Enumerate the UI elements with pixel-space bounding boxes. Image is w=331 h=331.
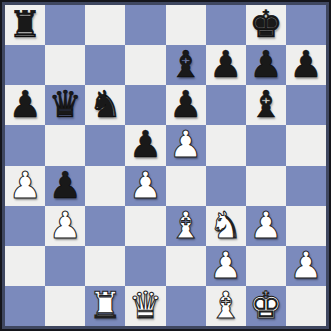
white-queen-d1[interactable]: ♛: [129, 286, 162, 326]
board-frame: ♜♚♝♟♟♟♟♛♞♟♝♟♟♟♟♟♟♝♞♟♟♟♜♛♝♚: [0, 0, 331, 331]
square-g3[interactable]: ♟: [246, 206, 286, 246]
square-h2[interactable]: ♟: [286, 246, 326, 286]
square-a7[interactable]: [5, 45, 45, 85]
square-e8[interactable]: [166, 5, 206, 45]
square-e6[interactable]: ♟: [166, 85, 206, 125]
square-g6[interactable]: ♝: [246, 85, 286, 125]
square-b1[interactable]: [45, 286, 85, 326]
white-pawn-e5[interactable]: ♟: [169, 125, 202, 165]
square-b2[interactable]: [45, 246, 85, 286]
square-b3[interactable]: ♟: [45, 206, 85, 246]
square-g8[interactable]: ♚: [246, 5, 286, 45]
square-f7[interactable]: ♟: [206, 45, 246, 85]
square-c4[interactable]: [85, 166, 125, 206]
square-a8[interactable]: ♜: [5, 5, 45, 45]
square-f1[interactable]: ♝: [206, 286, 246, 326]
black-pawn-a6[interactable]: ♟: [8, 85, 41, 125]
white-pawn-h2[interactable]: ♟: [289, 246, 322, 286]
square-g1[interactable]: ♚: [246, 286, 286, 326]
square-d4[interactable]: ♟: [125, 166, 165, 206]
white-pawn-f2[interactable]: ♟: [209, 246, 242, 286]
square-g5[interactable]: [246, 125, 286, 165]
square-e7[interactable]: ♝: [166, 45, 206, 85]
square-h1[interactable]: [286, 286, 326, 326]
square-a3[interactable]: [5, 206, 45, 246]
square-e2[interactable]: [166, 246, 206, 286]
square-d6[interactable]: [125, 85, 165, 125]
black-bishop-e7[interactable]: ♝: [169, 45, 202, 85]
white-rook-c1[interactable]: ♜: [89, 286, 122, 326]
white-king-g1[interactable]: ♚: [249, 286, 282, 326]
black-knight-c6[interactable]: ♞: [89, 85, 122, 125]
square-a6[interactable]: ♟: [5, 85, 45, 125]
square-f4[interactable]: [206, 166, 246, 206]
square-f8[interactable]: [206, 5, 246, 45]
square-c6[interactable]: ♞: [85, 85, 125, 125]
square-g7[interactable]: ♟: [246, 45, 286, 85]
white-pawn-d4[interactable]: ♟: [129, 166, 162, 206]
square-d2[interactable]: [125, 246, 165, 286]
white-pawn-a4[interactable]: ♟: [8, 166, 41, 206]
square-c3[interactable]: [85, 206, 125, 246]
square-f3[interactable]: ♞: [206, 206, 246, 246]
square-b5[interactable]: [45, 125, 85, 165]
square-c8[interactable]: [85, 5, 125, 45]
square-e1[interactable]: [166, 286, 206, 326]
white-bishop-e3[interactable]: ♝: [169, 206, 202, 246]
black-pawn-g7[interactable]: ♟: [249, 45, 282, 85]
white-knight-f3[interactable]: ♞: [209, 206, 242, 246]
black-pawn-b4[interactable]: ♟: [49, 166, 82, 206]
square-c5[interactable]: [85, 125, 125, 165]
square-d8[interactable]: [125, 5, 165, 45]
black-pawn-e6[interactable]: ♟: [169, 85, 202, 125]
square-d5[interactable]: ♟: [125, 125, 165, 165]
square-h7[interactable]: ♟: [286, 45, 326, 85]
square-h6[interactable]: [286, 85, 326, 125]
square-f5[interactable]: [206, 125, 246, 165]
square-b8[interactable]: [45, 5, 85, 45]
square-h4[interactable]: [286, 166, 326, 206]
square-g2[interactable]: [246, 246, 286, 286]
square-h3[interactable]: [286, 206, 326, 246]
square-c1[interactable]: ♜: [85, 286, 125, 326]
black-pawn-d5[interactable]: ♟: [129, 125, 162, 165]
square-b6[interactable]: ♛: [45, 85, 85, 125]
white-bishop-f1[interactable]: ♝: [209, 286, 242, 326]
square-f6[interactable]: [206, 85, 246, 125]
square-e5[interactable]: ♟: [166, 125, 206, 165]
square-a1[interactable]: [5, 286, 45, 326]
black-queen-b6[interactable]: ♛: [49, 85, 82, 125]
square-e3[interactable]: ♝: [166, 206, 206, 246]
black-bishop-g6[interactable]: ♝: [249, 85, 282, 125]
square-h8[interactable]: [286, 5, 326, 45]
white-pawn-b3[interactable]: ♟: [49, 206, 82, 246]
square-d3[interactable]: [125, 206, 165, 246]
square-f2[interactable]: ♟: [206, 246, 246, 286]
black-king-g8[interactable]: ♚: [249, 5, 282, 45]
square-d7[interactable]: [125, 45, 165, 85]
square-b4[interactable]: ♟: [45, 166, 85, 206]
black-pawn-f7[interactable]: ♟: [209, 45, 242, 85]
black-rook-a8[interactable]: ♜: [8, 5, 41, 45]
square-a2[interactable]: [5, 246, 45, 286]
square-a4[interactable]: ♟: [5, 166, 45, 206]
black-pawn-h7[interactable]: ♟: [289, 45, 322, 85]
square-g4[interactable]: [246, 166, 286, 206]
chess-board: ♜♚♝♟♟♟♟♛♞♟♝♟♟♟♟♟♟♝♞♟♟♟♜♛♝♚: [5, 5, 326, 326]
white-pawn-g3[interactable]: ♟: [249, 206, 282, 246]
square-c2[interactable]: [85, 246, 125, 286]
square-b7[interactable]: [45, 45, 85, 85]
square-d1[interactable]: ♛: [125, 286, 165, 326]
square-c7[interactable]: [85, 45, 125, 85]
square-a5[interactable]: [5, 125, 45, 165]
square-e4[interactable]: [166, 166, 206, 206]
square-h5[interactable]: [286, 125, 326, 165]
